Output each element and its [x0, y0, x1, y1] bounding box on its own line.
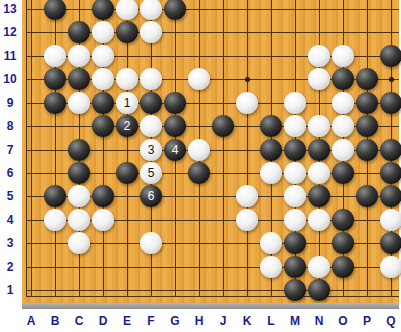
- stone-M8-white[interactable]: [284, 115, 306, 137]
- row-label-5: 5: [0, 188, 20, 204]
- move-number-label: 4: [172, 144, 179, 156]
- stone-J8-black[interactable]: [212, 115, 234, 137]
- grid-vline-A: [31, 0, 32, 297]
- stone-C11-white[interactable]: [68, 45, 90, 67]
- stone-Q5-black[interactable]: [380, 185, 401, 207]
- stone-D8-black[interactable]: [92, 115, 114, 137]
- stone-G7-black[interactable]: 4: [164, 139, 186, 161]
- row-label-7: 7: [0, 142, 20, 158]
- stone-D4-white[interactable]: [92, 209, 114, 231]
- grid-vline-J: [223, 0, 224, 297]
- stone-Q3-black[interactable]: [380, 232, 401, 254]
- row-label-1: 1: [0, 282, 20, 298]
- stone-Q6-black[interactable]: [380, 162, 401, 184]
- stone-M6-white[interactable]: [284, 162, 306, 184]
- stone-F8-white[interactable]: [140, 115, 162, 137]
- stone-K9-white[interactable]: [236, 92, 258, 114]
- stone-M2-black[interactable]: [284, 256, 306, 278]
- stone-L7-black[interactable]: [260, 139, 282, 161]
- stone-B11-white[interactable]: [44, 45, 66, 67]
- stone-O4-black[interactable]: [332, 209, 354, 231]
- stone-C4-white[interactable]: [68, 209, 90, 231]
- stone-O9-white[interactable]: [332, 92, 354, 114]
- stone-O6-black[interactable]: [332, 162, 354, 184]
- col-label-B: B: [45, 313, 65, 329]
- stone-Q7-black[interactable]: [380, 139, 401, 161]
- col-label-L: L: [261, 313, 281, 329]
- col-label-K: K: [237, 313, 257, 329]
- row-label-10: 10: [0, 71, 20, 87]
- stone-Q4-white[interactable]: [380, 209, 401, 231]
- stone-D9-black[interactable]: [92, 92, 114, 114]
- col-label-P: P: [357, 313, 377, 329]
- stone-Q2-white[interactable]: [380, 256, 401, 278]
- stone-M9-white[interactable]: [284, 92, 306, 114]
- row-label-9: 9: [0, 95, 20, 111]
- stone-F6-white[interactable]: 5: [140, 162, 162, 184]
- row-label-4: 4: [0, 212, 20, 228]
- move-number-label: 6: [148, 190, 155, 202]
- stone-G8-black[interactable]: [164, 115, 186, 137]
- stone-L3-white[interactable]: [260, 232, 282, 254]
- stone-L6-white[interactable]: [260, 162, 282, 184]
- move-number-label: 1: [124, 97, 131, 109]
- stone-N7-black[interactable]: [308, 139, 330, 161]
- col-label-E: E: [117, 313, 137, 329]
- col-label-A: A: [21, 313, 41, 329]
- stone-L8-black[interactable]: [260, 115, 282, 137]
- stone-N4-white[interactable]: [308, 209, 330, 231]
- row-label-3: 3: [0, 235, 20, 251]
- move-number-label: 3: [148, 144, 155, 156]
- stone-N6-white[interactable]: [308, 162, 330, 184]
- stone-H7-white[interactable]: [188, 139, 210, 161]
- stone-Q9-black[interactable]: [380, 92, 401, 114]
- stone-M4-white[interactable]: [284, 209, 306, 231]
- stone-O2-black[interactable]: [332, 256, 354, 278]
- stone-O8-white[interactable]: [332, 115, 354, 137]
- row-label-2: 2: [0, 259, 20, 275]
- stone-B9-black[interactable]: [44, 92, 66, 114]
- stone-N1-black[interactable]: [308, 279, 330, 301]
- stone-O11-white[interactable]: [332, 45, 354, 67]
- col-label-F: F: [141, 313, 161, 329]
- stone-N2-white[interactable]: [308, 256, 330, 278]
- stone-C6-black[interactable]: [68, 162, 90, 184]
- stone-K4-white[interactable]: [236, 209, 258, 231]
- stone-P9-black[interactable]: [356, 92, 378, 114]
- stone-H6-black[interactable]: [188, 162, 210, 184]
- stone-Q11-black[interactable]: [380, 45, 401, 67]
- stone-E8-black[interactable]: 2: [116, 115, 138, 137]
- stone-M1-black[interactable]: [284, 279, 306, 301]
- col-label-N: N: [309, 313, 329, 329]
- stone-M7-black[interactable]: [284, 139, 306, 161]
- board-shadow-bar: [22, 303, 399, 309]
- col-label-J: J: [213, 313, 233, 329]
- stone-C9-white[interactable]: [68, 92, 90, 114]
- stone-G9-black[interactable]: [164, 92, 186, 114]
- stone-E6-black[interactable]: [116, 162, 138, 184]
- stone-D11-white[interactable]: [92, 45, 114, 67]
- stone-E9-white[interactable]: 1: [116, 92, 138, 114]
- row-label-6: 6: [0, 165, 20, 181]
- row-label-13: 13: [0, 1, 20, 17]
- stone-B4-white[interactable]: [44, 209, 66, 231]
- stone-M3-black[interactable]: [284, 232, 306, 254]
- col-label-M: M: [285, 313, 305, 329]
- col-label-Q: Q: [381, 313, 401, 329]
- stone-F9-black[interactable]: [140, 92, 162, 114]
- move-number-label: 5: [148, 167, 155, 179]
- row-label-8: 8: [0, 118, 20, 134]
- stone-N11-white[interactable]: [308, 45, 330, 67]
- stone-P7-black[interactable]: [356, 139, 378, 161]
- stone-F3-white[interactable]: [140, 232, 162, 254]
- stone-N8-white[interactable]: [308, 115, 330, 137]
- stone-C3-white[interactable]: [68, 232, 90, 254]
- grid-hline-1: [26, 290, 399, 291]
- col-label-G: G: [165, 313, 185, 329]
- grid-vline-K: [247, 0, 248, 297]
- move-number-label: 2: [124, 120, 131, 132]
- go-board-screenshot: 123456 13121110987654321ABCDEFGHJKLMNOPQ: [0, 0, 401, 332]
- col-label-H: H: [189, 313, 209, 329]
- col-label-C: C: [69, 313, 89, 329]
- row-label-11: 11: [0, 48, 20, 64]
- grid-hline-13: [26, 9, 399, 10]
- col-label-D: D: [93, 313, 113, 329]
- stone-O7-white[interactable]: [332, 139, 354, 161]
- stone-O3-black[interactable]: [332, 232, 354, 254]
- stone-P8-black[interactable]: [356, 115, 378, 137]
- stone-C7-black[interactable]: [68, 139, 90, 161]
- row-label-12: 12: [0, 24, 20, 40]
- grid-vline-E: [127, 0, 128, 297]
- col-label-O: O: [333, 313, 353, 329]
- board-edge-left: [26, 0, 27, 297]
- stone-F7-white[interactable]: 3: [140, 139, 162, 161]
- stone-L2-white[interactable]: [260, 256, 282, 278]
